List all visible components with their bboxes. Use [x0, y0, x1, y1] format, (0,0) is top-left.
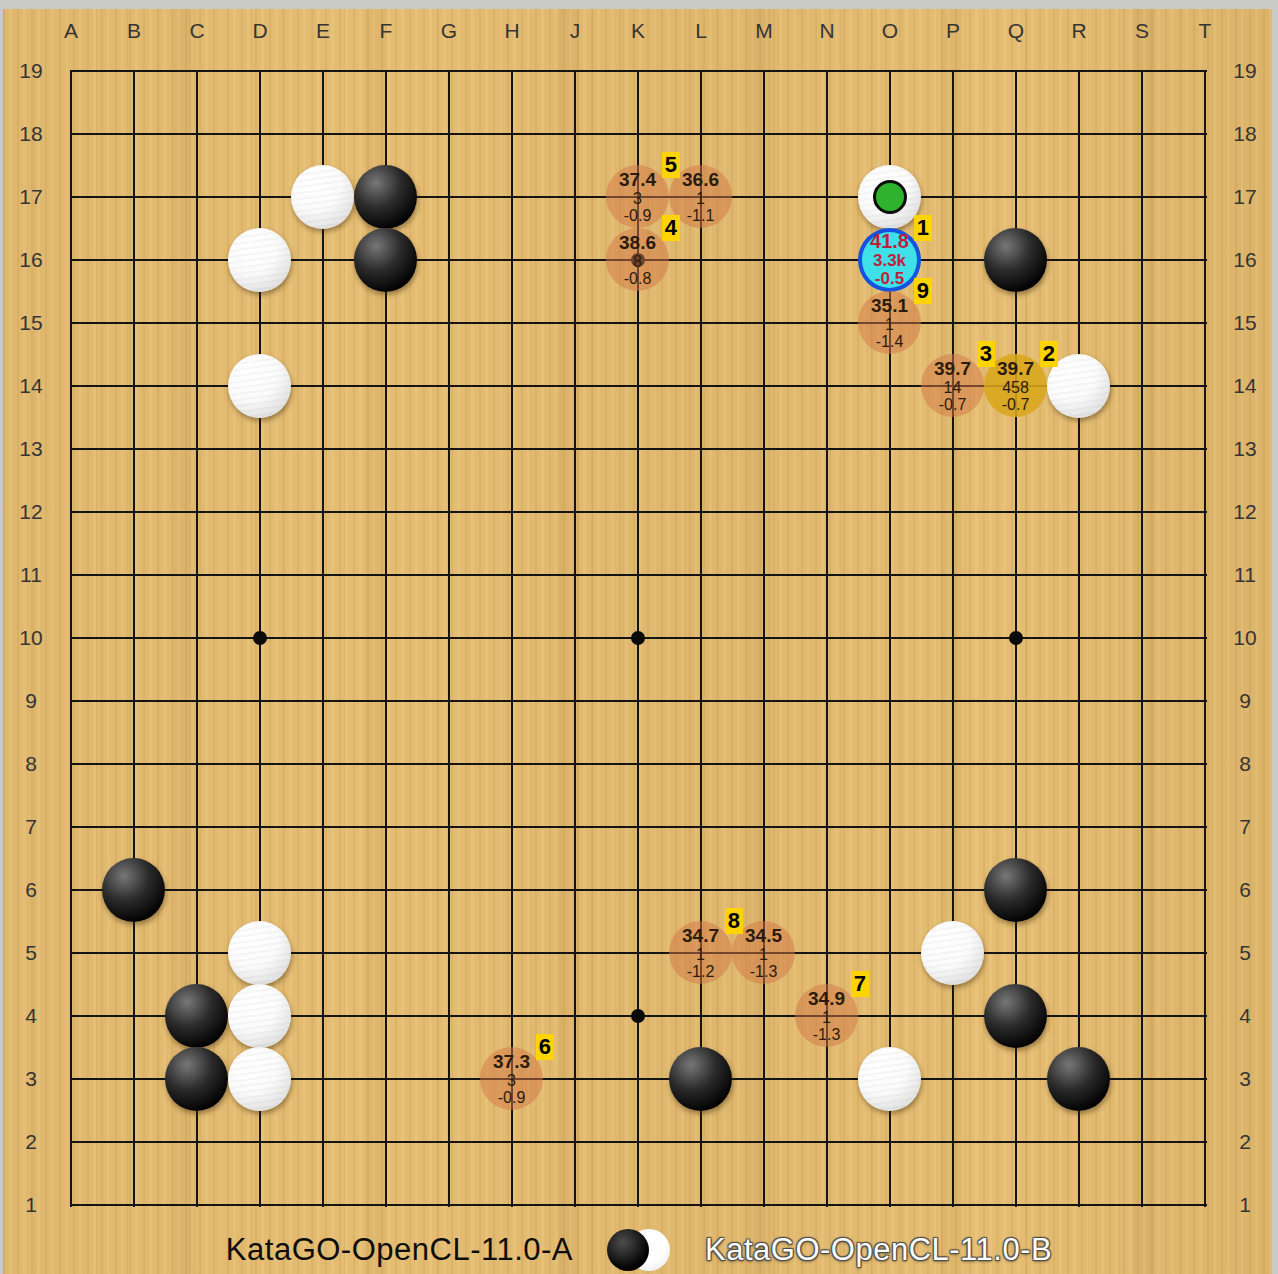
candidate-order-badge: 5: [662, 152, 680, 178]
row-label: 4: [25, 1004, 37, 1028]
candidate-score: -1.2: [687, 963, 715, 980]
candidate-move-O16[interactable]: 41.83.3k-0.51: [858, 228, 921, 291]
candidate-score: -1.4: [876, 333, 904, 350]
black-stone: [165, 1047, 228, 1111]
row-label: 18: [1233, 122, 1256, 146]
black-stone: [165, 984, 228, 1048]
row-label: 1: [25, 1193, 37, 1217]
white-stone: [291, 165, 354, 229]
candidate-visits: 14: [944, 379, 962, 396]
row-label: 15: [1233, 311, 1256, 335]
candidate-winrate: 34.7: [682, 926, 719, 946]
candidate-move-circle[interactable]: 35.11-1.4: [858, 291, 921, 354]
candidate-move-circle[interactable]: 34.71-1.2: [669, 921, 732, 984]
star-point-cell: [228, 606, 291, 669]
row-label: 8: [25, 752, 37, 776]
row-label: 5: [1239, 941, 1251, 965]
candidate-winrate: 35.1: [871, 296, 908, 316]
candidate-score: -0.5: [875, 270, 904, 288]
row-label: 3: [25, 1067, 37, 1091]
white-stone: [921, 921, 984, 985]
app-frame: ABCDEFGHJKLMNOPQRST 19181716151413121110…: [0, 0, 1278, 1274]
board-cell-D16: [228, 228, 291, 291]
candidate-winrate: 34.5: [745, 926, 782, 946]
candidate-score: -0.9: [498, 1089, 526, 1106]
candidate-score: -0.8: [624, 270, 652, 287]
board-cell-B6: [102, 858, 165, 921]
candidate-score: -0.9: [624, 207, 652, 224]
white-player-name: KataGO-OpenCL-11.0-B: [705, 1232, 1052, 1268]
row-label: 16: [1233, 248, 1256, 272]
row-label: 8: [1239, 752, 1251, 776]
candidate-order-badge: 7: [851, 971, 869, 997]
candidate-move-H3[interactable]: 37.33-0.96: [480, 1047, 543, 1110]
black-stone: [984, 858, 1047, 922]
candidate-winrate: 36.6: [682, 170, 719, 190]
black-stone: [354, 228, 417, 292]
candidate-visits: 1: [885, 316, 894, 333]
star-point: [631, 631, 645, 645]
board-cell-C4: [165, 984, 228, 1047]
board-cell-Q6: [984, 858, 1047, 921]
candidate-order-badge: 8: [725, 908, 743, 934]
last-move-marker: [873, 180, 907, 214]
star-point-cell: [606, 606, 669, 669]
board-cell-F16: [354, 228, 417, 291]
row-label: 6: [1239, 878, 1251, 902]
candidate-order-badge: 1: [914, 215, 932, 241]
black-stone: [102, 858, 165, 922]
candidate-order-badge: 3: [977, 341, 995, 367]
black-player-name: KataGO-OpenCL-11.0-A: [226, 1232, 573, 1268]
candidate-winrate: 37.3: [493, 1052, 530, 1072]
candidate-order-badge: 4: [662, 215, 680, 241]
board-cell-F17: [354, 165, 417, 228]
candidate-winrate: 38.6: [619, 233, 656, 253]
board-cell-Q16: [984, 228, 1047, 291]
row-label: 10: [1233, 626, 1256, 650]
board-cell-D5: [228, 921, 291, 984]
star-point: [253, 631, 267, 645]
board-cell-L3: [669, 1047, 732, 1110]
board-cell-D14: [228, 354, 291, 417]
white-stone: [228, 921, 291, 985]
row-label: 11: [1234, 563, 1256, 587]
candidate-move-L5[interactable]: 34.71-1.28: [669, 921, 732, 984]
candidate-visits: 1: [759, 946, 768, 963]
candidate-move-K17[interactable]: 37.43-0.95: [606, 165, 669, 228]
candidate-visits: 1: [696, 190, 705, 207]
candidate-visits: 1: [822, 1009, 831, 1026]
board-cell-Q4: [984, 984, 1047, 1047]
candidate-winrate: 34.9: [808, 989, 845, 1009]
black-stone: [1047, 1047, 1110, 1111]
candidate-move-P14[interactable]: 39.714-0.73: [921, 354, 984, 417]
candidate-move-circle[interactable]: 41.83.3k-0.5: [858, 228, 921, 292]
row-label: 12: [1233, 500, 1256, 524]
candidate-visits: 3: [633, 190, 642, 207]
white-stone: [228, 1047, 291, 1111]
row-label: 1: [1239, 1193, 1251, 1217]
candidate-visits: 8: [633, 253, 642, 270]
white-stone: [228, 354, 291, 418]
black-stone: [984, 228, 1047, 292]
candidate-move-circle[interactable]: 38.68-0.8: [606, 228, 669, 291]
row-label: 6: [25, 878, 37, 902]
star-point-cell: [606, 984, 669, 1047]
black-stone-icon: [607, 1229, 649, 1271]
candidate-order-badge: 2: [1040, 341, 1058, 367]
candidate-move-circle[interactable]: 39.714-0.7: [921, 354, 984, 417]
black-stone: [354, 165, 417, 229]
candidate-score: -0.7: [939, 396, 967, 413]
board-cell-C3: [165, 1047, 228, 1110]
candidate-score: -1.3: [813, 1026, 841, 1043]
row-label: 9: [25, 689, 37, 713]
go-board[interactable]: 41.83.3k-0.5139.7458-0.7239.714-0.7338.6…: [39, 39, 1236, 1236]
row-label: 7: [1239, 815, 1251, 839]
board-cell-P5: [921, 921, 984, 984]
row-label: 4: [1239, 1004, 1251, 1028]
white-stone: [228, 228, 291, 292]
board-cell-E17: [291, 165, 354, 228]
candidate-winrate: 41.8: [870, 231, 909, 252]
candidate-move-O15[interactable]: 35.11-1.49: [858, 291, 921, 354]
candidate-move-N4[interactable]: 34.91-1.37: [795, 984, 858, 1047]
row-label: 7: [25, 815, 37, 839]
candidate-visits: 458: [1002, 379, 1029, 396]
row-label: 2: [25, 1130, 37, 1154]
candidate-order-badge: 9: [914, 278, 932, 304]
row-label: 5: [25, 941, 37, 965]
candidate-visits: 1: [696, 946, 705, 963]
candidate-move-K16[interactable]: 38.68-0.84: [606, 228, 669, 291]
candidate-move-circle[interactable]: 37.33-0.9: [480, 1047, 543, 1110]
candidate-move-circle[interactable]: 34.91-1.3: [795, 984, 858, 1047]
candidate-visits: 3.3k: [873, 252, 906, 270]
candidate-visits: 3: [507, 1072, 516, 1089]
white-stone: [228, 984, 291, 1048]
candidate-winrate: 39.7: [934, 359, 971, 379]
star-point: [631, 1009, 645, 1023]
candidate-winrate: 39.7: [997, 359, 1034, 379]
candidate-score: -1.3: [750, 963, 778, 980]
board-cell-D3: [228, 1047, 291, 1110]
row-label: 3: [1239, 1067, 1251, 1091]
row-label: 19: [1233, 59, 1256, 83]
last-move-cell: [858, 165, 921, 228]
row-label: 13: [1233, 437, 1256, 461]
candidate-order-badge: 6: [536, 1034, 554, 1060]
black-stone: [669, 1047, 732, 1111]
star-point-cell: [984, 606, 1047, 669]
row-label: 14: [1233, 374, 1256, 398]
board-cell-D4: [228, 984, 291, 1047]
row-label: 9: [1239, 689, 1251, 713]
candidate-score: -0.7: [1002, 396, 1030, 413]
white-stone: [858, 1047, 921, 1111]
players-bar: KataGO-OpenCL-11.0-A KataGO-OpenCL-11.0-…: [0, 1226, 1278, 1274]
star-point: [1009, 631, 1023, 645]
board-cell-O3: [858, 1047, 921, 1110]
candidate-score: -1.1: [687, 207, 715, 224]
row-label: 2: [1239, 1130, 1251, 1154]
row-label: 17: [1233, 185, 1256, 209]
black-stone: [984, 984, 1047, 1048]
black-vs-white-stones-icon: [607, 1228, 671, 1272]
board-cell-R3: [1047, 1047, 1110, 1110]
candidate-move-circle[interactable]: 37.43-0.9: [606, 165, 669, 228]
candidate-winrate: 37.4: [619, 170, 656, 190]
